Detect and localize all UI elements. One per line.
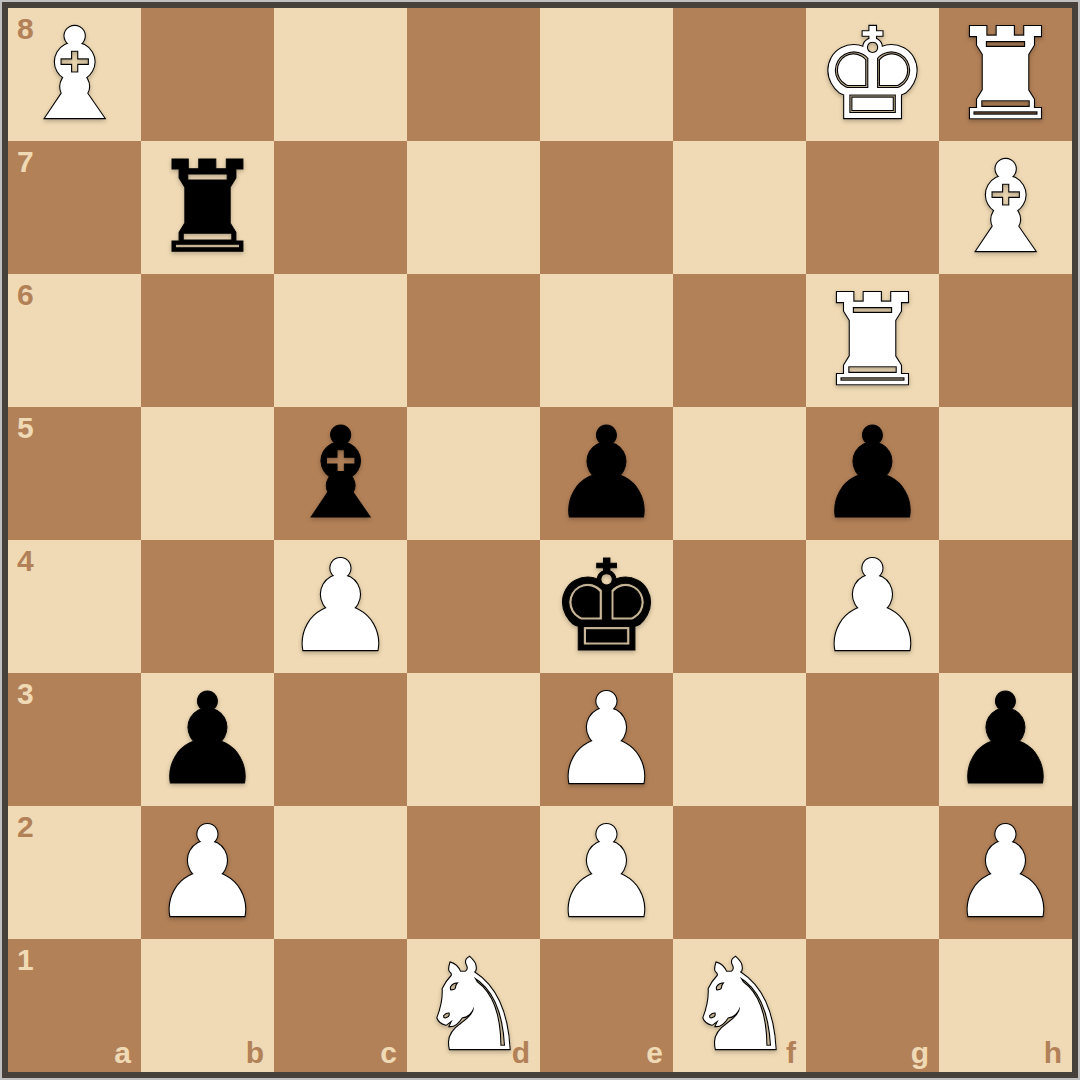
square-b4[interactable]: [141, 540, 274, 673]
square-h1[interactable]: h: [939, 939, 1072, 1072]
square-c5[interactable]: ♝: [274, 407, 407, 540]
file-label-h: h: [1044, 1038, 1062, 1068]
square-h3[interactable]: ♟: [939, 673, 1072, 806]
square-c3[interactable]: [274, 673, 407, 806]
square-e3[interactable]: ♟: [540, 673, 673, 806]
square-a2[interactable]: 2: [8, 806, 141, 939]
square-d4[interactable]: [407, 540, 540, 673]
square-b6[interactable]: [141, 274, 274, 407]
square-b8[interactable]: [141, 8, 274, 141]
square-h5[interactable]: [939, 407, 1072, 540]
white-pawn-c4[interactable]: ♟: [284, 544, 397, 670]
square-e7[interactable]: [540, 141, 673, 274]
square-g2[interactable]: [806, 806, 939, 939]
square-g3[interactable]: [806, 673, 939, 806]
rank-label-5: 5: [17, 413, 34, 443]
square-b3[interactable]: ♟: [141, 673, 274, 806]
square-f6[interactable]: [673, 274, 806, 407]
black-bishop-c5[interactable]: ♝: [284, 411, 397, 537]
square-e2[interactable]: ♟: [540, 806, 673, 939]
black-pawn-h3[interactable]: ♟: [949, 677, 1062, 803]
square-g5[interactable]: ♟: [806, 407, 939, 540]
rank-label-4: 4: [17, 546, 34, 576]
white-pawn-g4[interactable]: ♟: [816, 544, 929, 670]
square-a3[interactable]: 3: [8, 673, 141, 806]
square-h4[interactable]: [939, 540, 1072, 673]
rank-label-3: 3: [17, 679, 34, 709]
square-e1[interactable]: e: [540, 939, 673, 1072]
file-label-c: c: [380, 1038, 397, 1068]
chess-board: 8♝♚♜7♜♝6♜5♝♟♟4♟♚♟3♟♟♟2♟♟♟1abcd♞ef♞gh: [8, 8, 1072, 1072]
white-knight-f1[interactable]: ♞: [683, 943, 796, 1069]
square-c6[interactable]: [274, 274, 407, 407]
black-pawn-e5[interactable]: ♟: [550, 411, 663, 537]
white-rook-h8[interactable]: ♜: [949, 12, 1062, 138]
square-f8[interactable]: [673, 8, 806, 141]
white-pawn-h2[interactable]: ♟: [949, 810, 1062, 936]
square-g8[interactable]: ♚: [806, 8, 939, 141]
square-b5[interactable]: [141, 407, 274, 540]
square-e8[interactable]: [540, 8, 673, 141]
chess-board-page: 8♝♚♜7♜♝6♜5♝♟♟4♟♚♟3♟♟♟2♟♟♟1abcd♞ef♞gh: [0, 0, 1080, 1080]
square-g7[interactable]: [806, 141, 939, 274]
square-c4[interactable]: ♟: [274, 540, 407, 673]
square-c2[interactable]: [274, 806, 407, 939]
black-rook-b7[interactable]: ♜: [151, 145, 264, 271]
black-pawn-g5[interactable]: ♟: [816, 411, 929, 537]
square-a1[interactable]: 1a: [8, 939, 141, 1072]
square-f5[interactable]: [673, 407, 806, 540]
square-d5[interactable]: [407, 407, 540, 540]
square-c1[interactable]: c: [274, 939, 407, 1072]
square-f3[interactable]: [673, 673, 806, 806]
square-h6[interactable]: [939, 274, 1072, 407]
white-rook-g6[interactable]: ♜: [816, 278, 929, 404]
square-f2[interactable]: [673, 806, 806, 939]
square-f4[interactable]: [673, 540, 806, 673]
white-bishop-h7[interactable]: ♝: [949, 145, 1062, 271]
white-king-g8[interactable]: ♚: [816, 12, 929, 138]
square-g4[interactable]: ♟: [806, 540, 939, 673]
square-c7[interactable]: [274, 141, 407, 274]
square-b1[interactable]: b: [141, 939, 274, 1072]
file-label-e: e: [646, 1038, 663, 1068]
rank-label-6: 6: [17, 280, 34, 310]
white-knight-d1[interactable]: ♞: [417, 943, 530, 1069]
square-d2[interactable]: [407, 806, 540, 939]
square-d8[interactable]: [407, 8, 540, 141]
square-g6[interactable]: ♜: [806, 274, 939, 407]
black-king-e4[interactable]: ♚: [550, 544, 663, 670]
square-d3[interactable]: [407, 673, 540, 806]
rank-label-1: 1: [17, 945, 34, 975]
black-pawn-b3[interactable]: ♟: [151, 677, 264, 803]
file-label-b: b: [246, 1038, 264, 1068]
board-frame: 8♝♚♜7♜♝6♜5♝♟♟4♟♚♟3♟♟♟2♟♟♟1abcd♞ef♞gh: [0, 0, 1080, 1080]
square-h7[interactable]: ♝: [939, 141, 1072, 274]
white-bishop-a8[interactable]: ♝: [18, 12, 131, 138]
square-a6[interactable]: 6: [8, 274, 141, 407]
square-h2[interactable]: ♟: [939, 806, 1072, 939]
square-b2[interactable]: ♟: [141, 806, 274, 939]
rank-label-7: 7: [17, 147, 34, 177]
square-d1[interactable]: d♞: [407, 939, 540, 1072]
rank-label-2: 2: [17, 812, 34, 842]
white-pawn-b2[interactable]: ♟: [151, 810, 264, 936]
white-pawn-e3[interactable]: ♟: [550, 677, 663, 803]
square-a7[interactable]: 7: [8, 141, 141, 274]
square-c8[interactable]: [274, 8, 407, 141]
square-e5[interactable]: ♟: [540, 407, 673, 540]
file-label-a: a: [114, 1038, 131, 1068]
square-e4[interactable]: ♚: [540, 540, 673, 673]
file-label-g: g: [911, 1038, 929, 1068]
square-a5[interactable]: 5: [8, 407, 141, 540]
white-pawn-e2[interactable]: ♟: [550, 810, 663, 936]
square-d6[interactable]: [407, 274, 540, 407]
square-a8[interactable]: 8♝: [8, 8, 141, 141]
square-d7[interactable]: [407, 141, 540, 274]
square-g1[interactable]: g: [806, 939, 939, 1072]
square-e6[interactable]: [540, 274, 673, 407]
square-a4[interactable]: 4: [8, 540, 141, 673]
square-f7[interactable]: [673, 141, 806, 274]
square-b7[interactable]: ♜: [141, 141, 274, 274]
square-h8[interactable]: ♜: [939, 8, 1072, 141]
square-f1[interactable]: f♞: [673, 939, 806, 1072]
